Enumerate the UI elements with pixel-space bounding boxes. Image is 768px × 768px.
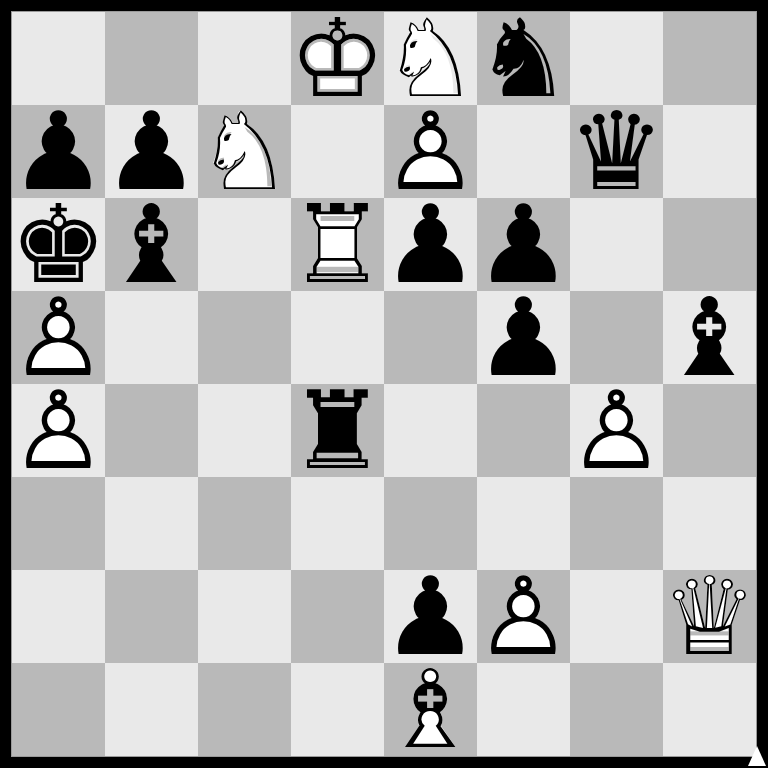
white-rook-glyph: ♖ xyxy=(291,198,384,291)
white-queen[interactable]: ♛♕ xyxy=(663,570,756,663)
chess-board: ♚♔♞♘♞♟♟♞♘♟♙♛♚♝♜♖♟♟♟♙♟♝♟♙♜♟♙♟♟♙♛♕♝♗ xyxy=(12,12,756,756)
square-f8[interactable]: ♞ xyxy=(477,12,570,105)
square-b4[interactable] xyxy=(105,384,198,477)
square-c7[interactable]: ♞♘ xyxy=(198,105,291,198)
square-h4[interactable] xyxy=(663,384,756,477)
square-g8[interactable] xyxy=(570,12,663,105)
square-e2[interactable]: ♟ xyxy=(384,570,477,663)
black-pawn[interactable]: ♟ xyxy=(105,105,198,198)
square-c4[interactable] xyxy=(198,384,291,477)
square-e5[interactable] xyxy=(384,291,477,384)
black-queen[interactable]: ♛ xyxy=(570,105,663,198)
square-f7[interactable] xyxy=(477,105,570,198)
white-knight-fill: ♞ xyxy=(384,12,477,105)
white-knight-glyph: ♘ xyxy=(198,105,291,198)
square-h3[interactable] xyxy=(663,477,756,570)
square-f2[interactable]: ♟♙ xyxy=(477,570,570,663)
square-e7[interactable]: ♟♙ xyxy=(384,105,477,198)
square-f3[interactable] xyxy=(477,477,570,570)
black-bishop[interactable]: ♝ xyxy=(105,198,198,291)
square-a5[interactable]: ♟♙ xyxy=(12,291,105,384)
square-d2[interactable] xyxy=(291,570,384,663)
square-g7[interactable]: ♛ xyxy=(570,105,663,198)
black-pawn-glyph: ♟ xyxy=(384,198,477,291)
white-knight-glyph: ♘ xyxy=(384,12,477,105)
white-pawn-glyph: ♙ xyxy=(12,291,105,384)
black-knight-glyph: ♞ xyxy=(477,12,570,105)
white-rook[interactable]: ♜♖ xyxy=(291,198,384,291)
square-h8[interactable] xyxy=(663,12,756,105)
square-b2[interactable] xyxy=(105,570,198,663)
square-b6[interactable]: ♝ xyxy=(105,198,198,291)
square-b7[interactable]: ♟ xyxy=(105,105,198,198)
black-bishop[interactable]: ♝ xyxy=(663,291,756,384)
square-c2[interactable] xyxy=(198,570,291,663)
black-queen-glyph: ♛ xyxy=(570,105,663,198)
square-d3[interactable] xyxy=(291,477,384,570)
white-knight-fill: ♞ xyxy=(198,105,291,198)
white-to-move-indicator xyxy=(748,746,766,766)
square-b3[interactable] xyxy=(105,477,198,570)
white-pawn-fill: ♟ xyxy=(570,384,663,477)
square-b5[interactable] xyxy=(105,291,198,384)
square-h5[interactable]: ♝ xyxy=(663,291,756,384)
square-a3[interactable] xyxy=(12,477,105,570)
square-d1[interactable] xyxy=(291,663,384,756)
black-pawn-glyph: ♟ xyxy=(384,570,477,663)
black-pawn[interactable]: ♟ xyxy=(384,570,477,663)
white-pawn-fill: ♟ xyxy=(477,570,570,663)
board-frame: ♚♔♞♘♞♟♟♞♘♟♙♛♚♝♜♖♟♟♟♙♟♝♟♙♜♟♙♟♟♙♛♕♝♗ xyxy=(0,0,768,768)
square-b8[interactable] xyxy=(105,12,198,105)
white-king-glyph: ♔ xyxy=(291,12,384,105)
white-pawn[interactable]: ♟♙ xyxy=(384,105,477,198)
black-pawn-glyph: ♟ xyxy=(12,105,105,198)
black-rook[interactable]: ♜ xyxy=(291,384,384,477)
square-g6[interactable] xyxy=(570,198,663,291)
square-a1[interactable] xyxy=(12,663,105,756)
square-f4[interactable] xyxy=(477,384,570,477)
square-f5[interactable]: ♟ xyxy=(477,291,570,384)
square-d4[interactable]: ♜ xyxy=(291,384,384,477)
black-pawn-glyph: ♟ xyxy=(477,291,570,384)
white-bishop[interactable]: ♝♗ xyxy=(384,663,477,756)
white-pawn-glyph: ♙ xyxy=(384,105,477,198)
white-pawn[interactable]: ♟♙ xyxy=(477,570,570,663)
square-a8[interactable] xyxy=(12,12,105,105)
square-d7[interactable] xyxy=(291,105,384,198)
square-c8[interactable] xyxy=(198,12,291,105)
square-a2[interactable] xyxy=(12,570,105,663)
white-pawn-glyph: ♙ xyxy=(477,570,570,663)
square-f6[interactable]: ♟ xyxy=(477,198,570,291)
white-pawn[interactable]: ♟♙ xyxy=(570,384,663,477)
white-pawn[interactable]: ♟♙ xyxy=(12,291,105,384)
black-pawn[interactable]: ♟ xyxy=(384,198,477,291)
square-e8[interactable]: ♞♘ xyxy=(384,12,477,105)
square-d8[interactable]: ♚♔ xyxy=(291,12,384,105)
white-bishop-fill: ♝ xyxy=(384,663,477,756)
white-queen-glyph: ♕ xyxy=(663,570,756,663)
white-pawn-fill: ♟ xyxy=(384,105,477,198)
square-b1[interactable] xyxy=(105,663,198,756)
square-e6[interactable]: ♟ xyxy=(384,198,477,291)
black-king-glyph: ♚ xyxy=(12,198,105,291)
square-h2[interactable]: ♛♕ xyxy=(663,570,756,663)
black-bishop-glyph: ♝ xyxy=(663,291,756,384)
square-e3[interactable] xyxy=(384,477,477,570)
white-pawn-glyph: ♙ xyxy=(12,384,105,477)
white-rook-fill: ♜ xyxy=(291,198,384,291)
square-h1[interactable] xyxy=(663,663,756,756)
white-pawn[interactable]: ♟♙ xyxy=(12,384,105,477)
square-g4[interactable]: ♟♙ xyxy=(570,384,663,477)
white-king-fill: ♚ xyxy=(291,12,384,105)
white-king[interactable]: ♚♔ xyxy=(291,12,384,105)
square-a4[interactable]: ♟♙ xyxy=(12,384,105,477)
square-g1[interactable] xyxy=(570,663,663,756)
square-c3[interactable] xyxy=(198,477,291,570)
black-knight[interactable]: ♞ xyxy=(477,12,570,105)
black-pawn-glyph: ♟ xyxy=(477,198,570,291)
white-pawn-glyph: ♙ xyxy=(570,384,663,477)
black-pawn-glyph: ♟ xyxy=(105,105,198,198)
square-d6[interactable]: ♜♖ xyxy=(291,198,384,291)
white-pawn-fill: ♟ xyxy=(12,291,105,384)
square-e4[interactable] xyxy=(384,384,477,477)
square-c5[interactable] xyxy=(198,291,291,384)
black-pawn[interactable]: ♟ xyxy=(12,105,105,198)
square-a7[interactable]: ♟ xyxy=(12,105,105,198)
black-king[interactable]: ♚ xyxy=(12,198,105,291)
white-bishop-glyph: ♗ xyxy=(384,663,477,756)
square-g5[interactable] xyxy=(570,291,663,384)
white-knight[interactable]: ♞♘ xyxy=(198,105,291,198)
square-c1[interactable] xyxy=(198,663,291,756)
square-d5[interactable] xyxy=(291,291,384,384)
square-a6[interactable]: ♚ xyxy=(12,198,105,291)
black-rook-glyph: ♜ xyxy=(291,384,384,477)
white-queen-fill: ♛ xyxy=(663,570,756,663)
white-knight[interactable]: ♞♘ xyxy=(384,12,477,105)
square-f1[interactable] xyxy=(477,663,570,756)
square-g3[interactable] xyxy=(570,477,663,570)
white-pawn-fill: ♟ xyxy=(12,384,105,477)
square-e1[interactable]: ♝♗ xyxy=(384,663,477,756)
black-bishop-glyph: ♝ xyxy=(105,198,198,291)
square-g2[interactable] xyxy=(570,570,663,663)
black-pawn[interactable]: ♟ xyxy=(477,291,570,384)
square-c6[interactable] xyxy=(198,198,291,291)
square-h7[interactable] xyxy=(663,105,756,198)
square-h6[interactable] xyxy=(663,198,756,291)
black-pawn[interactable]: ♟ xyxy=(477,198,570,291)
